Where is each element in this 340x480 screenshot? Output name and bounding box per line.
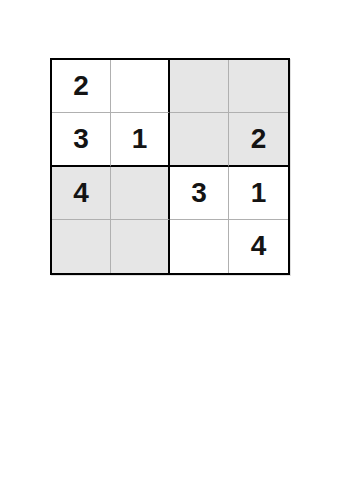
cell-r4c3[interactable] bbox=[170, 220, 229, 273]
cell-r3c2[interactable] bbox=[111, 167, 170, 220]
cell-r4c4[interactable]: 4 bbox=[229, 220, 288, 273]
cell-r1c4[interactable] bbox=[229, 60, 288, 113]
sudoku-board: 2 3 1 2 4 3 1 4 bbox=[50, 58, 290, 275]
cell-r1c2[interactable] bbox=[111, 60, 170, 113]
cell-r2c1[interactable]: 3 bbox=[52, 113, 111, 166]
cell-r3c3[interactable]: 3 bbox=[170, 167, 229, 220]
cell-r1c3[interactable] bbox=[170, 60, 229, 113]
cell-r2c2[interactable]: 1 bbox=[111, 113, 170, 166]
cell-r4c1[interactable] bbox=[52, 220, 111, 273]
cell-r4c2[interactable] bbox=[111, 220, 170, 273]
cell-r3c1[interactable]: 4 bbox=[52, 167, 111, 220]
cell-r2c3[interactable] bbox=[170, 113, 229, 166]
cell-r3c4[interactable]: 1 bbox=[229, 167, 288, 220]
cell-r1c1[interactable]: 2 bbox=[52, 60, 111, 113]
cell-r2c4[interactable]: 2 bbox=[229, 113, 288, 166]
